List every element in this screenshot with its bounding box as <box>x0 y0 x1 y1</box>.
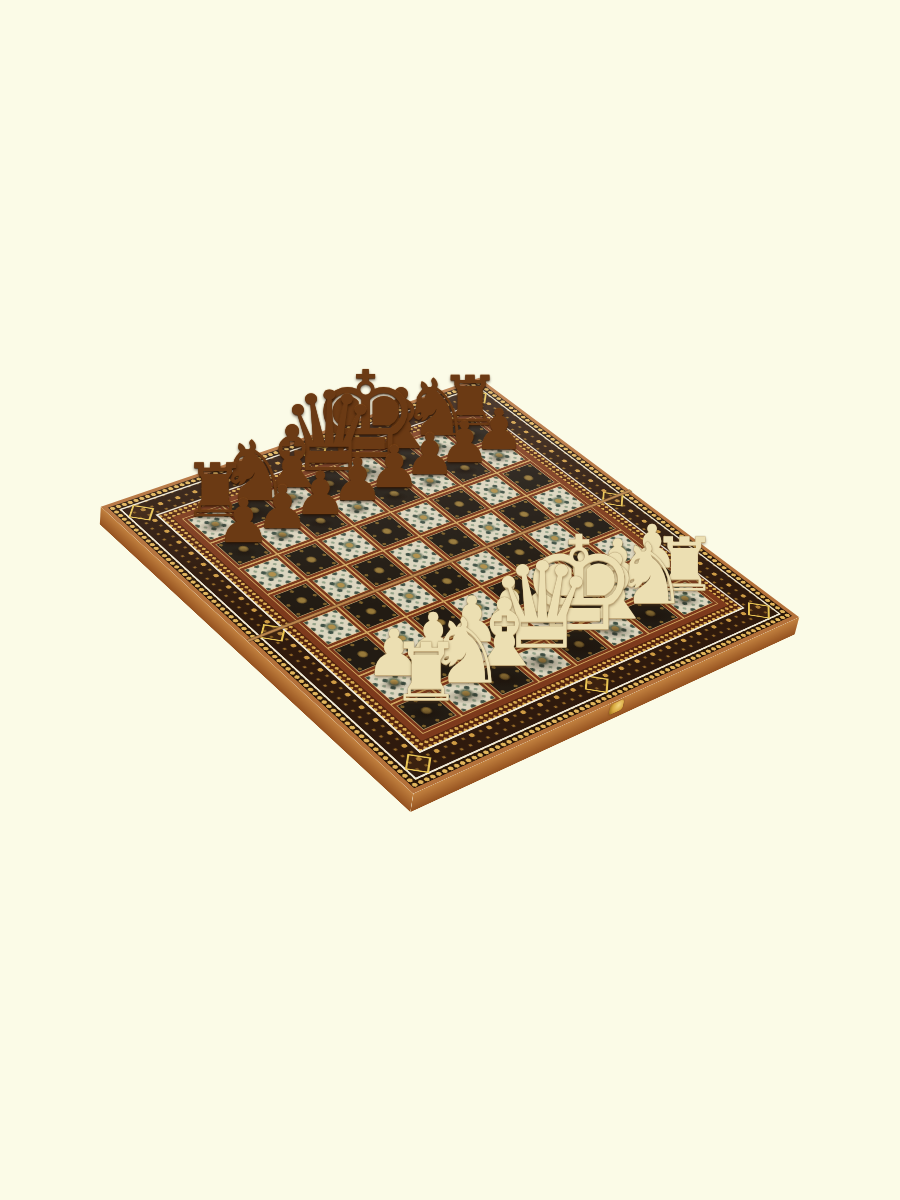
chess-board <box>101 378 799 794</box>
page-root: ♜♞♟♝♟♚♟♛♟♝♟♞♟♟♜♟♟♜♟♟♞♟♝♟♚♟♛♟♝♟♞♜ <box>0 0 900 1200</box>
board-scene <box>0 0 900 1200</box>
